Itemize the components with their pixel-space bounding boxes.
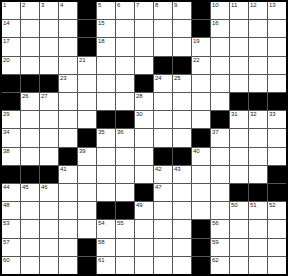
clue-number: 3 [41, 2, 44, 9]
white-cell[interactable] [230, 38, 248, 55]
white-cell[interactable] [135, 148, 153, 165]
white-cell[interactable] [192, 75, 210, 92]
white-cell[interactable] [40, 220, 58, 237]
clue-number: 51 [250, 202, 257, 209]
white-cell[interactable] [97, 57, 115, 74]
white-cell[interactable] [21, 57, 39, 74]
white-cell[interactable]: 12 [249, 2, 267, 19]
clue-number: 2 [22, 2, 25, 9]
white-cell[interactable]: 8 [154, 2, 172, 19]
clue-number: 17 [3, 38, 10, 45]
white-cell[interactable] [21, 111, 39, 128]
clue-number: 24 [155, 75, 162, 82]
white-cell[interactable]: 29 [2, 111, 20, 128]
white-cell[interactable] [192, 111, 210, 128]
black-cell [268, 166, 286, 183]
clue-number: 13 [269, 2, 276, 9]
white-cell[interactable] [230, 166, 248, 183]
white-cell[interactable]: 42 [154, 166, 172, 183]
clue-number: 60 [3, 257, 10, 264]
white-cell[interactable]: 28 [135, 93, 153, 110]
white-cell[interactable]: 36 [116, 129, 134, 146]
white-cell[interactable] [135, 20, 153, 37]
clue-number: 44 [3, 184, 10, 191]
clue-number: 62 [212, 257, 219, 264]
black-cell [2, 166, 20, 183]
white-cell[interactable] [268, 257, 286, 274]
black-cell [78, 2, 96, 19]
white-cell[interactable] [173, 20, 191, 37]
white-cell[interactable]: 25 [173, 75, 191, 92]
white-cell[interactable] [59, 38, 77, 55]
white-cell[interactable]: 30 [135, 111, 153, 128]
white-cell[interactable]: 19 [192, 38, 210, 55]
clue-number: 40 [193, 148, 200, 155]
white-cell[interactable] [78, 166, 96, 183]
white-cell[interactable]: 46 [40, 184, 58, 201]
clue-number: 43 [174, 166, 181, 173]
white-cell[interactable] [173, 38, 191, 55]
white-cell[interactable]: 27 [40, 93, 58, 110]
white-cell[interactable] [268, 148, 286, 165]
clue-number: 47 [155, 184, 162, 191]
white-cell[interactable]: 4 [59, 2, 77, 19]
black-cell [192, 220, 210, 237]
white-cell[interactable]: 31 [230, 111, 248, 128]
white-cell[interactable] [135, 257, 153, 274]
white-cell[interactable] [211, 38, 229, 55]
clue-number: 53 [3, 220, 10, 227]
white-cell[interactable] [154, 111, 172, 128]
white-cell[interactable] [154, 220, 172, 237]
clue-number: 5 [98, 2, 101, 9]
clue-number: 1 [3, 2, 6, 9]
white-cell[interactable]: 14 [2, 20, 20, 37]
clue-number: 32 [250, 111, 257, 118]
white-cell[interactable] [230, 129, 248, 146]
white-cell[interactable] [230, 75, 248, 92]
clue-number: 49 [136, 202, 143, 209]
white-cell[interactable] [59, 239, 77, 256]
white-cell[interactable] [59, 20, 77, 37]
white-cell[interactable]: 33 [268, 111, 286, 128]
black-cell [97, 202, 115, 219]
black-cell [230, 93, 248, 110]
clue-number: 23 [60, 75, 67, 82]
white-cell[interactable]: 11 [230, 2, 248, 19]
white-cell[interactable] [40, 57, 58, 74]
clue-number: 8 [155, 2, 158, 9]
white-cell[interactable]: 15 [97, 20, 115, 37]
white-cell[interactable]: 53 [2, 220, 20, 237]
white-cell[interactable] [40, 20, 58, 37]
white-cell[interactable]: 32 [249, 111, 267, 128]
clue-number: 58 [98, 239, 105, 246]
white-cell[interactable]: 47 [154, 184, 172, 201]
white-cell[interactable]: 5 [97, 2, 115, 19]
white-cell[interactable] [230, 239, 248, 256]
white-cell[interactable]: 38 [2, 148, 20, 165]
clue-number: 6 [117, 2, 120, 9]
clue-number: 21 [79, 57, 86, 64]
white-cell[interactable] [173, 111, 191, 128]
white-cell[interactable] [116, 38, 134, 55]
white-cell[interactable]: 60 [2, 257, 20, 274]
white-cell[interactable] [211, 57, 229, 74]
white-cell[interactable]: 22 [192, 57, 210, 74]
white-cell[interactable] [268, 20, 286, 37]
white-cell[interactable]: 35 [97, 129, 115, 146]
black-cell [192, 20, 210, 37]
black-cell [135, 184, 153, 201]
clue-number: 31 [231, 111, 238, 118]
clue-number: 38 [3, 148, 10, 155]
clue-number: 56 [212, 220, 219, 227]
white-cell[interactable] [116, 75, 134, 92]
white-cell[interactable] [230, 57, 248, 74]
white-cell[interactable]: 43 [173, 166, 191, 183]
black-cell [21, 75, 39, 92]
white-cell[interactable] [40, 111, 58, 128]
white-cell[interactable]: 10 [211, 2, 229, 19]
white-cell[interactable] [154, 257, 172, 274]
white-cell[interactable] [40, 38, 58, 55]
white-cell[interactable] [192, 202, 210, 219]
white-cell[interactable]: 7 [135, 2, 153, 19]
white-cell[interactable]: 20 [2, 57, 20, 74]
white-cell[interactable] [21, 239, 39, 256]
white-cell[interactable] [249, 75, 267, 92]
white-cell[interactable]: 13 [268, 2, 286, 19]
black-cell [249, 184, 267, 201]
black-cell [78, 38, 96, 55]
white-cell[interactable] [211, 148, 229, 165]
clue-number: 9 [174, 2, 177, 9]
white-cell[interactable] [249, 257, 267, 274]
black-cell [78, 20, 96, 37]
white-cell[interactable] [21, 257, 39, 274]
clue-number: 22 [193, 57, 200, 64]
black-cell [97, 111, 115, 128]
white-cell[interactable] [192, 93, 210, 110]
white-cell[interactable] [249, 148, 267, 165]
white-cell[interactable] [268, 57, 286, 74]
black-cell [116, 202, 134, 219]
white-cell[interactable] [173, 202, 191, 219]
black-cell [2, 75, 20, 92]
white-cell[interactable] [268, 220, 286, 237]
black-cell [154, 148, 172, 165]
white-cell[interactable] [192, 166, 210, 183]
white-cell[interactable] [59, 129, 77, 146]
white-cell[interactable] [249, 129, 267, 146]
white-cell[interactable]: 62 [211, 257, 229, 274]
white-cell[interactable] [116, 57, 134, 74]
white-cell[interactable] [230, 148, 248, 165]
white-cell[interactable] [249, 38, 267, 55]
white-cell[interactable] [78, 75, 96, 92]
white-cell[interactable] [211, 166, 229, 183]
white-cell[interactable] [21, 202, 39, 219]
clue-number: 14 [3, 20, 10, 27]
white-cell[interactable] [135, 38, 153, 55]
white-cell[interactable] [116, 239, 134, 256]
clue-number: 10 [212, 2, 219, 9]
crossword-grid: 1234567891011121314151617181920212223242… [0, 0, 288, 276]
white-cell[interactable] [59, 184, 77, 201]
white-cell[interactable] [78, 202, 96, 219]
white-cell[interactable] [249, 220, 267, 237]
white-cell[interactable]: 1 [2, 2, 20, 19]
white-cell[interactable]: 39 [78, 148, 96, 165]
black-cell [173, 148, 191, 165]
clue-number: 59 [212, 239, 219, 246]
black-cell [116, 111, 134, 128]
white-cell[interactable]: 51 [249, 202, 267, 219]
white-cell[interactable]: 61 [97, 257, 115, 274]
white-cell[interactable] [230, 20, 248, 37]
white-cell[interactable]: 44 [2, 184, 20, 201]
white-cell[interactable]: 48 [2, 202, 20, 219]
white-cell[interactable] [59, 257, 77, 274]
white-cell[interactable] [78, 184, 96, 201]
white-cell[interactable] [59, 57, 77, 74]
white-cell[interactable] [154, 20, 172, 37]
clue-number: 15 [98, 20, 105, 27]
white-cell[interactable] [154, 93, 172, 110]
clue-number: 25 [174, 75, 181, 82]
white-cell[interactable]: 6 [116, 2, 134, 19]
white-cell[interactable] [211, 202, 229, 219]
white-cell[interactable] [211, 184, 229, 201]
white-cell[interactable] [249, 57, 267, 74]
clue-number: 45 [22, 184, 29, 191]
white-cell[interactable] [116, 93, 134, 110]
white-cell[interactable] [230, 220, 248, 237]
white-cell[interactable] [230, 257, 248, 274]
clue-number: 55 [117, 220, 124, 227]
white-cell[interactable] [40, 148, 58, 165]
white-cell[interactable]: 50 [230, 202, 248, 219]
white-cell[interactable] [154, 38, 172, 55]
white-cell[interactable] [268, 75, 286, 92]
white-cell[interactable]: 57 [2, 239, 20, 256]
clue-number: 30 [136, 111, 143, 118]
black-cell [192, 239, 210, 256]
white-cell[interactable]: 24 [154, 75, 172, 92]
white-cell[interactable] [173, 93, 191, 110]
black-cell [40, 75, 58, 92]
white-cell[interactable] [40, 202, 58, 219]
white-cell[interactable]: 23 [59, 75, 77, 92]
black-cell [192, 257, 210, 274]
white-cell[interactable] [268, 38, 286, 55]
white-cell[interactable] [116, 148, 134, 165]
white-cell[interactable] [59, 202, 77, 219]
white-cell[interactable] [249, 166, 267, 183]
white-cell[interactable] [97, 184, 115, 201]
white-cell[interactable] [249, 20, 267, 37]
black-cell [230, 184, 248, 201]
white-cell[interactable]: 59 [211, 239, 229, 256]
white-cell[interactable] [97, 148, 115, 165]
clue-number: 46 [41, 184, 48, 191]
white-cell[interactable]: 9 [173, 2, 191, 19]
clue-number: 52 [269, 202, 276, 209]
white-cell[interactable]: 2 [21, 2, 39, 19]
black-cell [211, 111, 229, 128]
white-cell[interactable] [21, 20, 39, 37]
white-cell[interactable]: 40 [192, 148, 210, 165]
white-cell[interactable] [97, 93, 115, 110]
white-cell[interactable] [78, 111, 96, 128]
white-cell[interactable]: 45 [21, 184, 39, 201]
white-cell[interactable] [116, 20, 134, 37]
black-cell [21, 166, 39, 183]
clue-number: 27 [41, 93, 48, 100]
clue-number: 33 [269, 111, 276, 118]
clue-number: 39 [79, 148, 86, 155]
clue-number: 35 [98, 129, 105, 136]
black-cell [78, 239, 96, 256]
white-cell[interactable]: 3 [40, 2, 58, 19]
white-cell[interactable] [173, 257, 191, 274]
white-cell[interactable]: 41 [59, 166, 77, 183]
white-cell[interactable] [211, 75, 229, 92]
white-cell[interactable] [135, 220, 153, 237]
white-cell[interactable]: 52 [268, 202, 286, 219]
white-cell[interactable] [97, 75, 115, 92]
white-cell[interactable] [59, 93, 77, 110]
clue-number: 18 [98, 38, 105, 45]
clue-number: 48 [3, 202, 10, 209]
black-cell [192, 2, 210, 19]
black-cell [135, 75, 153, 92]
white-cell[interactable] [173, 239, 191, 256]
white-cell[interactable] [78, 93, 96, 110]
white-cell[interactable] [154, 129, 172, 146]
white-cell[interactable]: 34 [2, 129, 20, 146]
white-cell[interactable] [40, 129, 58, 146]
black-cell [40, 166, 58, 183]
white-cell[interactable]: 55 [116, 220, 134, 237]
white-cell[interactable] [78, 220, 96, 237]
white-cell[interactable]: 26 [21, 93, 39, 110]
black-cell [59, 148, 77, 165]
white-cell[interactable] [268, 129, 286, 146]
white-cell[interactable] [135, 166, 153, 183]
white-cell[interactable]: 37 [211, 129, 229, 146]
black-cell [78, 257, 96, 274]
clue-number: 16 [212, 20, 219, 27]
black-cell [154, 57, 172, 74]
black-cell [192, 129, 210, 146]
clue-number: 11 [231, 2, 237, 9]
white-cell[interactable] [249, 239, 267, 256]
clue-number: 57 [3, 239, 10, 246]
white-cell[interactable]: 56 [211, 220, 229, 237]
white-cell[interactable] [21, 38, 39, 55]
white-cell[interactable] [116, 166, 134, 183]
white-cell[interactable] [192, 184, 210, 201]
clue-number: 7 [136, 2, 139, 9]
clue-number: 26 [22, 93, 29, 100]
clue-number: 37 [212, 129, 219, 136]
clue-number: 54 [98, 220, 105, 227]
clue-number: 42 [155, 166, 162, 173]
black-cell [268, 184, 286, 201]
white-cell[interactable] [211, 93, 229, 110]
clue-number: 61 [98, 257, 105, 264]
clue-number: 29 [3, 111, 10, 118]
white-cell[interactable] [40, 257, 58, 274]
white-cell[interactable] [21, 148, 39, 165]
clue-number: 19 [193, 38, 200, 45]
white-cell[interactable] [135, 239, 153, 256]
clue-number: 12 [250, 2, 257, 9]
white-cell[interactable] [21, 220, 39, 237]
white-cell[interactable] [59, 220, 77, 237]
clue-number: 20 [3, 57, 10, 64]
clue-number: 36 [117, 129, 124, 136]
white-cell[interactable]: 54 [97, 220, 115, 237]
white-cell[interactable]: 17 [2, 38, 20, 55]
black-cell [2, 93, 20, 110]
white-cell[interactable] [268, 239, 286, 256]
white-cell[interactable] [135, 57, 153, 74]
white-cell[interactable] [173, 184, 191, 201]
white-cell[interactable] [173, 220, 191, 237]
white-cell[interactable] [135, 129, 153, 146]
white-cell[interactable] [116, 184, 134, 201]
white-cell[interactable] [116, 257, 134, 274]
clue-number: 4 [60, 2, 63, 9]
white-cell[interactable] [21, 129, 39, 146]
white-cell[interactable]: 49 [135, 202, 153, 219]
white-cell[interactable] [97, 166, 115, 183]
white-cell[interactable]: 16 [211, 20, 229, 37]
black-cell [249, 93, 267, 110]
white-cell[interactable] [154, 239, 172, 256]
clue-number: 41 [60, 166, 67, 173]
white-cell[interactable]: 18 [97, 38, 115, 55]
black-cell [173, 57, 191, 74]
white-cell[interactable] [173, 129, 191, 146]
clue-number: 50 [231, 202, 238, 209]
white-cell[interactable] [40, 239, 58, 256]
white-cell[interactable] [154, 202, 172, 219]
clue-number: 34 [3, 129, 10, 136]
white-cell[interactable] [59, 111, 77, 128]
clue-number: 28 [136, 93, 143, 100]
black-cell [268, 93, 286, 110]
white-cell[interactable]: 21 [78, 57, 96, 74]
black-cell [78, 129, 96, 146]
white-cell[interactable]: 58 [97, 239, 115, 256]
